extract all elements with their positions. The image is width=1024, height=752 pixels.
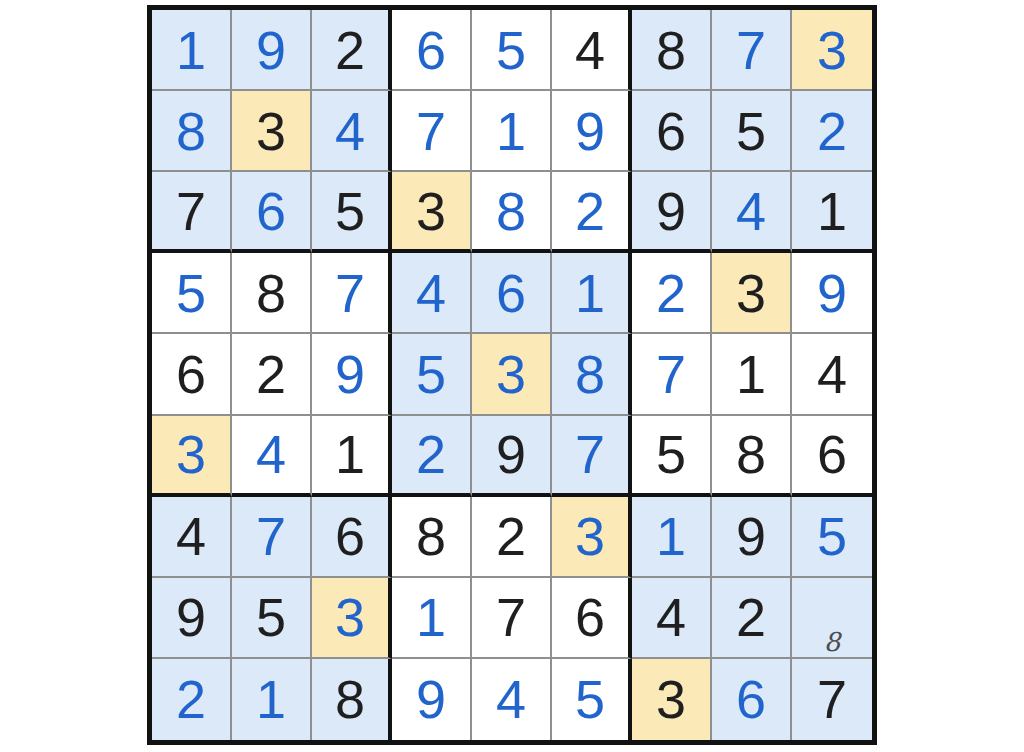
cell-r3c7[interactable]: 9 [632, 172, 712, 253]
cell-r8c3[interactable]: 3 [312, 578, 392, 659]
given-digit: 9 [656, 184, 686, 238]
cell-r2c4[interactable]: 7 [392, 91, 472, 172]
given-digit: 1 [335, 427, 365, 481]
cell-r9c7[interactable]: 3 [632, 659, 712, 740]
filled-digit: 8 [575, 347, 605, 401]
filled-digit: 3 [496, 347, 526, 401]
cell-r5c6[interactable]: 8 [552, 334, 632, 415]
given-digit: 2 [496, 509, 526, 563]
given-digit: 4 [817, 347, 847, 401]
cell-r4c9[interactable]: 9 [792, 253, 872, 334]
cell-r6c9[interactable]: 6 [792, 416, 872, 497]
filled-digit: 4 [496, 672, 526, 726]
cell-r5c2[interactable]: 2 [232, 334, 312, 415]
given-digit: 4 [656, 590, 686, 644]
sudoku-board: 1926548738347196527653829415874612396295… [147, 5, 877, 745]
cell-r7c3[interactable]: 6 [312, 497, 392, 578]
cell-r8c2[interactable]: 5 [232, 578, 312, 659]
pencil-mark: 8 [792, 629, 872, 655]
filled-digit: 3 [176, 427, 206, 481]
given-digit: 9 [496, 427, 526, 481]
cell-r4c1[interactable]: 5 [152, 253, 232, 334]
filled-digit: 8 [176, 104, 206, 158]
filled-digit: 4 [256, 427, 286, 481]
filled-digit: 5 [817, 509, 847, 563]
cell-r4c6[interactable]: 1 [552, 253, 632, 334]
filled-digit: 4 [335, 104, 365, 158]
given-digit: 4 [176, 509, 206, 563]
cell-r5c9[interactable]: 4 [792, 334, 872, 415]
filled-digit: 5 [176, 266, 206, 320]
cell-r6c3[interactable]: 1 [312, 416, 392, 497]
filled-digit: 2 [656, 266, 686, 320]
cell-r6c4[interactable]: 2 [392, 416, 472, 497]
filled-digit: 7 [736, 23, 766, 77]
cell-r7c8[interactable]: 9 [712, 497, 792, 578]
given-digit: 1 [817, 184, 847, 238]
cell-r9c2[interactable]: 1 [232, 659, 312, 740]
given-digit: 3 [256, 104, 286, 158]
cell-r8c4[interactable]: 1 [392, 578, 472, 659]
given-digit: 6 [575, 590, 605, 644]
given-digit: 2 [256, 347, 286, 401]
filled-digit: 2 [176, 672, 206, 726]
cell-r2c3[interactable]: 4 [312, 91, 392, 172]
filled-digit: 3 [817, 23, 847, 77]
cell-r3c8[interactable]: 4 [712, 172, 792, 253]
cell-r7c2[interactable]: 7 [232, 497, 312, 578]
cell-r6c1[interactable]: 3 [152, 416, 232, 497]
given-digit: 6 [817, 427, 847, 481]
cell-r2c7[interactable]: 6 [632, 91, 712, 172]
cell-r3c5[interactable]: 8 [472, 172, 552, 253]
given-digit: 5 [256, 590, 286, 644]
cell-r2c5[interactable]: 1 [472, 91, 552, 172]
cell-r3c6[interactable]: 2 [552, 172, 632, 253]
filled-digit: 1 [656, 509, 686, 563]
given-digit: 5 [335, 184, 365, 238]
cell-r2c1[interactable]: 8 [152, 91, 232, 172]
filled-digit: 3 [575, 509, 605, 563]
cell-r4c5[interactable]: 6 [472, 253, 552, 334]
cell-r2c6[interactable]: 9 [552, 91, 632, 172]
filled-digit: 1 [416, 590, 446, 644]
filled-digit: 2 [575, 184, 605, 238]
cell-r5c8[interactable]: 1 [712, 334, 792, 415]
filled-digit: 2 [416, 427, 446, 481]
filled-digit: 5 [496, 23, 526, 77]
cell-r9c4[interactable]: 9 [392, 659, 472, 740]
given-digit: 6 [656, 104, 686, 158]
cell-r1c1[interactable]: 1 [152, 10, 232, 91]
given-digit: 2 [736, 590, 766, 644]
given-digit: 4 [575, 23, 605, 77]
filled-digit: 9 [817, 266, 847, 320]
cell-r6c7[interactable]: 5 [632, 416, 712, 497]
cell-r9c1[interactable]: 2 [152, 659, 232, 740]
cell-r8c5[interactable]: 7 [472, 578, 552, 659]
given-digit: 7 [496, 590, 526, 644]
cell-r8c1[interactable]: 9 [152, 578, 232, 659]
cell-r4c8[interactable]: 3 [712, 253, 792, 334]
cell-r4c7[interactable]: 2 [632, 253, 712, 334]
filled-digit: 7 [416, 104, 446, 158]
cell-r2c8[interactable]: 5 [712, 91, 792, 172]
cell-r7c7[interactable]: 1 [632, 497, 712, 578]
given-digit: 2 [335, 23, 365, 77]
filled-digit: 4 [736, 184, 766, 238]
filled-digit: 9 [416, 672, 446, 726]
cell-r1c7[interactable]: 8 [632, 10, 712, 91]
cell-r3c1[interactable]: 7 [152, 172, 232, 253]
cell-r1c9[interactable]: 3 [792, 10, 872, 91]
filled-digit: 7 [256, 509, 286, 563]
given-digit: 3 [736, 266, 766, 320]
given-digit: 5 [656, 427, 686, 481]
given-digit: 8 [256, 266, 286, 320]
cell-r6c8[interactable]: 8 [712, 416, 792, 497]
cell-r1c2[interactable]: 9 [232, 10, 312, 91]
cell-r8c7[interactable]: 4 [632, 578, 712, 659]
filled-digit: 7 [575, 427, 605, 481]
cell-r6c2[interactable]: 4 [232, 416, 312, 497]
filled-digit: 1 [256, 672, 286, 726]
cell-r1c4[interactable]: 6 [392, 10, 472, 91]
given-digit: 8 [416, 509, 446, 563]
cell-r1c5[interactable]: 5 [472, 10, 552, 91]
cell-r1c8[interactable]: 7 [712, 10, 792, 91]
filled-digit: 6 [416, 23, 446, 77]
given-digit: 6 [335, 509, 365, 563]
given-digit: 3 [656, 672, 686, 726]
cell-r3c3[interactable]: 5 [312, 172, 392, 253]
cell-r7c5[interactable]: 2 [472, 497, 552, 578]
cell-r6c6[interactable]: 7 [552, 416, 632, 497]
cell-r9c9[interactable]: 7 [792, 659, 872, 740]
filled-digit: 5 [575, 672, 605, 726]
given-digit: 8 [335, 672, 365, 726]
given-digit: 9 [176, 590, 206, 644]
given-digit: 5 [736, 104, 766, 158]
cell-r5c1[interactable]: 6 [152, 334, 232, 415]
given-digit: 8 [656, 23, 686, 77]
cell-r6c5[interactable]: 9 [472, 416, 552, 497]
cell-r2c9[interactable]: 2 [792, 91, 872, 172]
cell-r4c3[interactable]: 7 [312, 253, 392, 334]
cell-r7c1[interactable]: 4 [152, 497, 232, 578]
cell-r3c9[interactable]: 1 [792, 172, 872, 253]
cell-r5c5[interactable]: 3 [472, 334, 552, 415]
filled-digit: 3 [335, 590, 365, 644]
cell-r7c9[interactable]: 5 [792, 497, 872, 578]
cell-r5c4[interactable]: 5 [392, 334, 472, 415]
cell-r1c3[interactable]: 2 [312, 10, 392, 91]
filled-digit: 6 [496, 266, 526, 320]
given-digit: 7 [817, 672, 847, 726]
cell-r5c7[interactable]: 7 [632, 334, 712, 415]
cell-r3c4[interactable]: 3 [392, 172, 472, 253]
filled-digit: 9 [335, 347, 365, 401]
given-digit: 7 [176, 184, 206, 238]
filled-digit: 6 [736, 672, 766, 726]
cell-r9c5[interactable]: 4 [472, 659, 552, 740]
filled-digit: 8 [496, 184, 526, 238]
cell-r9c3[interactable]: 8 [312, 659, 392, 740]
cell-r3c2[interactable]: 6 [232, 172, 312, 253]
filled-digit: 1 [496, 104, 526, 158]
cell-r5c3[interactable]: 9 [312, 334, 392, 415]
given-digit: 9 [736, 509, 766, 563]
filled-digit: 1 [575, 266, 605, 320]
cell-r8c6[interactable]: 6 [552, 578, 632, 659]
given-digit: 1 [736, 347, 766, 401]
cell-r9c6[interactable]: 5 [552, 659, 632, 740]
cell-r8c9[interactable]: 8 [792, 578, 872, 659]
cell-r7c4[interactable]: 8 [392, 497, 472, 578]
cell-r1c6[interactable]: 4 [552, 10, 632, 91]
filled-digit: 4 [416, 266, 446, 320]
given-digit: 8 [736, 427, 766, 481]
filled-digit: 1 [176, 23, 206, 77]
cell-r4c2[interactable]: 8 [232, 253, 312, 334]
cell-r2c2[interactable]: 3 [232, 91, 312, 172]
cell-r7c6[interactable]: 3 [552, 497, 632, 578]
filled-digit: 5 [416, 347, 446, 401]
filled-digit: 9 [575, 104, 605, 158]
cell-r4c4[interactable]: 4 [392, 253, 472, 334]
cell-r8c8[interactable]: 2 [712, 578, 792, 659]
cell-r9c8[interactable]: 6 [712, 659, 792, 740]
filled-digit: 7 [656, 347, 686, 401]
given-digit: 6 [176, 347, 206, 401]
filled-digit: 7 [335, 266, 365, 320]
filled-digit: 9 [256, 23, 286, 77]
filled-digit: 6 [256, 184, 286, 238]
given-digit: 3 [416, 184, 446, 238]
filled-digit: 2 [817, 104, 847, 158]
